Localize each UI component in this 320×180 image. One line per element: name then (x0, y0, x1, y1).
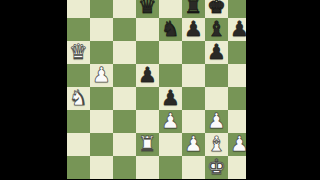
square-f2[interactable]: ♟ (182, 133, 205, 156)
white-knight: ♞ (69, 87, 88, 110)
white-pawn: ♟ (161, 110, 180, 133)
square-g1[interactable]: ♚ (205, 156, 228, 179)
square-c7[interactable] (113, 18, 136, 41)
square-f6[interactable] (182, 41, 205, 64)
square-g4[interactable] (205, 87, 228, 110)
square-g5[interactable] (205, 64, 228, 87)
square-e2[interactable] (159, 133, 182, 156)
square-b3[interactable] (90, 110, 113, 133)
square-b2[interactable] (90, 133, 113, 156)
square-f4[interactable] (182, 87, 205, 110)
square-f8[interactable]: ♜ (182, 0, 205, 18)
square-d6[interactable] (136, 41, 159, 64)
white-pawn: ♟ (184, 133, 203, 156)
square-g2[interactable]: ♝ (205, 133, 228, 156)
square-c4[interactable] (113, 87, 136, 110)
square-f3[interactable] (182, 110, 205, 133)
black-knight: ♞ (161, 18, 180, 41)
black-pawn: ♟ (138, 64, 157, 87)
video-thumbnail-frame: ♛♜♚♞♟♝♟♛♟♟♟♞♟♟♟♜♟♝♟♚ (0, 0, 320, 180)
square-c2[interactable] (113, 133, 136, 156)
square-b8[interactable] (90, 0, 113, 18)
square-f5[interactable] (182, 64, 205, 87)
square-e5[interactable] (159, 64, 182, 87)
letterbox-right-bar (246, 0, 320, 180)
square-a1[interactable] (67, 156, 90, 179)
square-e1[interactable] (159, 156, 182, 179)
square-d3[interactable] (136, 110, 159, 133)
square-e8[interactable] (159, 0, 182, 18)
white-king: ♚ (207, 156, 226, 179)
square-d4[interactable] (136, 87, 159, 110)
square-c5[interactable] (113, 64, 136, 87)
square-g6[interactable]: ♟ (205, 41, 228, 64)
square-b1[interactable] (90, 156, 113, 179)
square-b5[interactable]: ♟ (90, 64, 113, 87)
black-rook: ♜ (184, 0, 203, 18)
square-e7[interactable]: ♞ (159, 18, 182, 41)
chess-board: ♛♜♚♞♟♝♟♛♟♟♟♞♟♟♟♜♟♝♟♚ (67, 0, 251, 179)
square-b7[interactable] (90, 18, 113, 41)
square-c3[interactable] (113, 110, 136, 133)
square-e6[interactable] (159, 41, 182, 64)
square-d5[interactable]: ♟ (136, 64, 159, 87)
square-e3[interactable]: ♟ (159, 110, 182, 133)
black-queen: ♛ (138, 0, 157, 18)
white-rook: ♜ (138, 133, 157, 156)
black-pawn: ♟ (184, 18, 203, 41)
square-e4[interactable]: ♟ (159, 87, 182, 110)
white-bishop: ♝ (207, 133, 226, 156)
white-queen: ♛ (69, 41, 88, 64)
square-f1[interactable] (182, 156, 205, 179)
letterbox-bottom-edge (0, 179, 320, 180)
square-c8[interactable] (113, 0, 136, 18)
square-b6[interactable] (90, 41, 113, 64)
square-c6[interactable] (113, 41, 136, 64)
square-g7[interactable]: ♝ (205, 18, 228, 41)
black-king: ♚ (207, 0, 226, 18)
square-b4[interactable] (90, 87, 113, 110)
square-c1[interactable] (113, 156, 136, 179)
square-g3[interactable]: ♟ (205, 110, 228, 133)
square-a2[interactable] (67, 133, 90, 156)
square-d8[interactable]: ♛ (136, 0, 159, 18)
square-a3[interactable] (67, 110, 90, 133)
square-a6[interactable]: ♛ (67, 41, 90, 64)
black-bishop: ♝ (207, 18, 226, 41)
square-a5[interactable] (67, 64, 90, 87)
square-f7[interactable]: ♟ (182, 18, 205, 41)
white-pawn: ♟ (207, 110, 226, 133)
square-d7[interactable] (136, 18, 159, 41)
square-g8[interactable]: ♚ (205, 0, 228, 18)
square-d1[interactable] (136, 156, 159, 179)
square-a7[interactable] (67, 18, 90, 41)
black-pawn: ♟ (161, 87, 180, 110)
letterbox-left-bar (0, 0, 67, 180)
square-a4[interactable]: ♞ (67, 87, 90, 110)
square-a8[interactable] (67, 0, 90, 18)
white-pawn: ♟ (92, 64, 111, 87)
black-pawn: ♟ (207, 41, 226, 64)
square-d2[interactable]: ♜ (136, 133, 159, 156)
